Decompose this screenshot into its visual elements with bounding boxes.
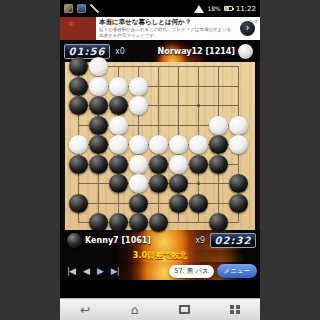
ad-image bbox=[60, 17, 96, 40]
notification-photo-icon bbox=[64, 4, 73, 13]
black-captures: x9 bbox=[195, 236, 205, 245]
stone-white bbox=[109, 135, 128, 154]
stone-black bbox=[189, 194, 208, 213]
stone-black bbox=[109, 174, 128, 193]
stone-white bbox=[169, 135, 188, 154]
stone-white bbox=[129, 96, 148, 115]
control-bar: |◀ ◀ ▶ ▶| 57. 黒 パス メニュー bbox=[60, 262, 260, 280]
ad-banner[interactable]: 本当に幸せな暮らしとは何か？ 様々な価値観があふれるこの時代。プレディアは幸福な… bbox=[60, 17, 260, 40]
ad-choices-icon[interactable]: ▷✕ bbox=[250, 18, 258, 24]
android-nav-bar: ↩ ⌂ bbox=[60, 298, 260, 320]
stone-white bbox=[69, 135, 88, 154]
white-captures: x0 bbox=[115, 47, 125, 56]
white-clock: 01:56 bbox=[64, 44, 110, 59]
stone-black bbox=[69, 155, 88, 174]
stone-white bbox=[109, 77, 128, 96]
stone-black bbox=[89, 213, 108, 232]
stone-black bbox=[209, 135, 228, 154]
status-right: 18% 11:22 bbox=[194, 5, 256, 13]
ad-body: 様々な価値観があふれるこの時代。プレディアは幸福な住まいを追求する住宅ブランドで… bbox=[99, 27, 232, 38]
board-right-edge bbox=[255, 62, 260, 230]
notification-tool-icon bbox=[90, 4, 99, 13]
battery-icon bbox=[224, 6, 233, 11]
stone-black bbox=[129, 213, 148, 232]
black-clock: 02:32 bbox=[210, 233, 256, 248]
status-time: 11:22 bbox=[236, 5, 256, 13]
go-board[interactable] bbox=[60, 62, 260, 230]
stone-black bbox=[209, 155, 228, 174]
star-point bbox=[197, 104, 200, 107]
wifi-icon bbox=[194, 5, 204, 13]
stone-white bbox=[89, 57, 108, 76]
stone-black bbox=[149, 155, 168, 174]
status-bar: 18% 11:22 bbox=[60, 0, 260, 17]
ad-title: 本当に幸せな暮らしとは何か？ bbox=[99, 18, 232, 27]
stone-black bbox=[69, 77, 88, 96]
stone-black bbox=[89, 116, 108, 135]
stone-black bbox=[109, 96, 128, 115]
stone-black bbox=[229, 174, 248, 193]
stone-white bbox=[129, 77, 148, 96]
white-player-name: Norway12 [1214] bbox=[158, 47, 235, 56]
last-move-button[interactable]: ▶| bbox=[111, 266, 119, 276]
black-player-bar: Kenny7 [1061] x9 02:32 bbox=[60, 230, 260, 250]
back-button-icon[interactable]: ↩ bbox=[80, 304, 90, 316]
stone-white bbox=[89, 77, 108, 96]
stone-black bbox=[129, 194, 148, 213]
board-left-edge bbox=[60, 62, 65, 230]
stone-white bbox=[229, 135, 248, 154]
battery-percent: 18% bbox=[207, 5, 220, 12]
bottom-gap bbox=[60, 280, 260, 298]
stone-white bbox=[109, 116, 128, 135]
stone-black bbox=[109, 155, 128, 174]
star-point bbox=[197, 182, 200, 185]
stone-white bbox=[169, 155, 188, 174]
stone-black bbox=[189, 155, 208, 174]
multi-window-icon[interactable] bbox=[230, 305, 240, 315]
stone-black bbox=[89, 96, 108, 115]
stone-black bbox=[149, 213, 168, 232]
notification-app-icon bbox=[77, 4, 86, 13]
white-player-bar: 01:56 x0 Norway12 [1214] bbox=[60, 40, 260, 62]
stone-white bbox=[189, 135, 208, 154]
black-player-name: Kenny7 [1061] bbox=[85, 236, 151, 245]
home-button-icon[interactable]: ⌂ bbox=[131, 304, 139, 316]
board-grid-line bbox=[78, 203, 239, 204]
stone-black bbox=[209, 213, 228, 232]
prev-move-button[interactable]: ◀ bbox=[83, 266, 89, 276]
result-message: 3.0目差で敗北 bbox=[60, 250, 260, 262]
move-status-label: 57. 黒 パス bbox=[169, 265, 213, 278]
stone-black bbox=[89, 155, 108, 174]
stone-white bbox=[129, 135, 148, 154]
next-move-button[interactable]: ▶ bbox=[97, 266, 103, 276]
stone-black bbox=[69, 96, 88, 115]
menu-button[interactable]: メニュー bbox=[217, 264, 257, 278]
stone-black bbox=[69, 194, 88, 213]
black-stone-icon bbox=[67, 233, 82, 248]
stone-white bbox=[229, 116, 248, 135]
stone-white bbox=[129, 155, 148, 174]
stone-black bbox=[89, 135, 108, 154]
stone-white bbox=[129, 174, 148, 193]
stone-black bbox=[229, 194, 248, 213]
stone-black bbox=[109, 213, 128, 232]
stone-black bbox=[169, 194, 188, 213]
app-screen: 18% 11:22 本当に幸せな暮らしとは何か？ 様々な価値観があふれるこの時代… bbox=[60, 0, 260, 320]
stone-black bbox=[69, 57, 88, 76]
stone-white bbox=[149, 135, 168, 154]
stone-black bbox=[149, 174, 168, 193]
white-stone-icon bbox=[238, 44, 253, 59]
stone-black bbox=[169, 174, 188, 193]
first-move-button[interactable]: |◀ bbox=[67, 266, 75, 276]
recent-apps-icon[interactable] bbox=[179, 305, 190, 314]
ad-copy: 本当に幸せな暮らしとは何か？ 様々な価値観があふれるこの時代。プレディアは幸福な… bbox=[96, 17, 235, 39]
stone-white bbox=[209, 116, 228, 135]
